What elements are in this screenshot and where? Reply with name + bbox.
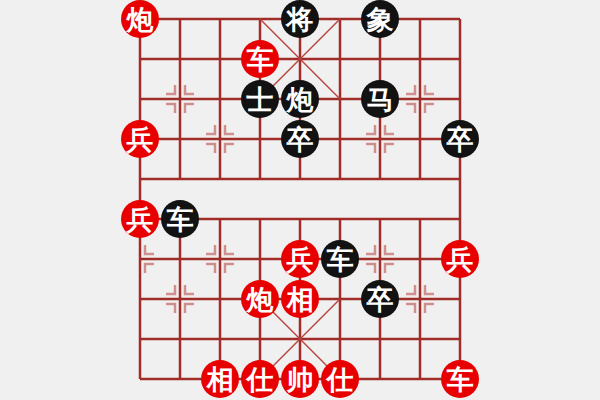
intersection-f8-r9[interactable]: 车 — [440, 359, 480, 399]
intersection-f3-r0[interactable] — [240, 0, 280, 39]
intersection-f6-r0[interactable]: 象 — [360, 0, 400, 39]
intersection-f7-r1[interactable] — [400, 39, 440, 79]
intersection-f3-r5[interactable] — [240, 199, 280, 239]
intersection-f8-r8[interactable] — [440, 319, 480, 359]
xiangqi-board: 炮将象车士炮马兵卒卒兵车兵车兵炮相卒相仕帅仕车 — [0, 0, 600, 400]
intersection-f5-r2[interactable] — [320, 79, 360, 119]
intersection-f0-r2[interactable] — [120, 79, 160, 119]
intersection-f3-r3[interactable] — [240, 119, 280, 159]
piece-black-general[interactable]: 将 — [281, 0, 319, 38]
intersection-f0-r3[interactable]: 兵 — [120, 119, 160, 159]
intersection-f6-r8[interactable] — [360, 319, 400, 359]
intersection-f6-r6[interactable] — [360, 239, 400, 279]
intersection-f4-r9[interactable]: 帅 — [280, 359, 320, 399]
intersection-f5-r6[interactable]: 车 — [320, 239, 360, 279]
intersection-f3-r8[interactable] — [240, 319, 280, 359]
piece-red-chariot[interactable]: 车 — [241, 40, 279, 78]
intersection-f8-r7[interactable] — [440, 279, 480, 319]
intersection-f8-r2[interactable] — [440, 79, 480, 119]
intersection-f5-r3[interactable] — [320, 119, 360, 159]
intersection-f1-r4[interactable] — [160, 159, 200, 199]
piece-red-soldier[interactable]: 兵 — [121, 200, 159, 238]
piece-red-soldier[interactable]: 兵 — [441, 240, 479, 278]
piece-black-advisor[interactable]: 士 — [241, 80, 279, 118]
intersection-f4-r1[interactable] — [280, 39, 320, 79]
intersection-f5-r5[interactable] — [320, 199, 360, 239]
intersection-f6-r2[interactable]: 马 — [360, 79, 400, 119]
intersection-f8-r5[interactable] — [440, 199, 480, 239]
intersection-f7-r8[interactable] — [400, 319, 440, 359]
piece-red-soldier[interactable]: 兵 — [121, 120, 159, 158]
intersection-f7-r9[interactable] — [400, 359, 440, 399]
intersection-f1-r3[interactable] — [160, 119, 200, 159]
intersection-f7-r3[interactable] — [400, 119, 440, 159]
intersection-f1-r6[interactable] — [160, 239, 200, 279]
intersection-f4-r6[interactable]: 兵 — [280, 239, 320, 279]
board-intersections: 炮将象车士炮马兵卒卒兵车兵车兵炮相卒相仕帅仕车 — [120, 0, 480, 399]
intersection-f2-r8[interactable] — [200, 319, 240, 359]
intersection-f0-r1[interactable] — [120, 39, 160, 79]
intersection-f4-r5[interactable] — [280, 199, 320, 239]
intersection-f0-r5[interactable]: 兵 — [120, 199, 160, 239]
intersection-f1-r5[interactable]: 车 — [160, 199, 200, 239]
piece-red-advisor[interactable]: 仕 — [321, 360, 359, 398]
piece-red-elephant[interactable]: 相 — [281, 280, 319, 318]
intersection-f8-r1[interactable] — [440, 39, 480, 79]
intersection-f4-r8[interactable] — [280, 319, 320, 359]
intersection-f5-r4[interactable] — [320, 159, 360, 199]
piece-red-advisor[interactable]: 仕 — [241, 360, 279, 398]
intersection-f0-r0[interactable]: 炮 — [120, 0, 160, 39]
intersection-f3-r1[interactable]: 车 — [240, 39, 280, 79]
intersection-f0-r8[interactable] — [120, 319, 160, 359]
intersection-f4-r7[interactable]: 相 — [280, 279, 320, 319]
intersection-f2-r6[interactable] — [200, 239, 240, 279]
intersection-f6-r1[interactable] — [360, 39, 400, 79]
piece-red-cannon[interactable]: 炮 — [121, 0, 159, 38]
intersection-f2-r0[interactable] — [200, 0, 240, 39]
piece-black-horse[interactable]: 马 — [361, 80, 399, 118]
intersection-f7-r5[interactable] — [400, 199, 440, 239]
intersection-f7-r0[interactable] — [400, 0, 440, 39]
intersection-f2-r5[interactable] — [200, 199, 240, 239]
intersection-f1-r8[interactable] — [160, 319, 200, 359]
intersection-f8-r0[interactable] — [440, 0, 480, 39]
intersection-f2-r2[interactable] — [200, 79, 240, 119]
intersection-f6-r4[interactable] — [360, 159, 400, 199]
intersection-f4-r0[interactable]: 将 — [280, 0, 320, 39]
intersection-f6-r9[interactable] — [360, 359, 400, 399]
intersection-f7-r7[interactable] — [400, 279, 440, 319]
piece-red-elephant[interactable]: 相 — [201, 360, 239, 398]
piece-black-soldier[interactable]: 卒 — [361, 280, 399, 318]
intersection-f7-r4[interactable] — [400, 159, 440, 199]
intersection-f6-r3[interactable] — [360, 119, 400, 159]
intersection-f5-r8[interactable] — [320, 319, 360, 359]
intersection-f5-r7[interactable] — [320, 279, 360, 319]
piece-red-soldier[interactable]: 兵 — [281, 240, 319, 278]
intersection-f6-r7[interactable]: 卒 — [360, 279, 400, 319]
piece-black-chariot[interactable]: 车 — [161, 200, 199, 238]
intersection-f0-r4[interactable] — [120, 159, 160, 199]
piece-black-elephant[interactable]: 象 — [361, 0, 399, 38]
intersection-f5-r1[interactable] — [320, 39, 360, 79]
intersection-f4-r3[interactable]: 卒 — [280, 119, 320, 159]
intersection-f2-r4[interactable] — [200, 159, 240, 199]
intersection-f8-r6[interactable]: 兵 — [440, 239, 480, 279]
piece-black-soldier[interactable]: 卒 — [441, 120, 479, 158]
intersection-f3-r6[interactable] — [240, 239, 280, 279]
intersection-f3-r2[interactable]: 士 — [240, 79, 280, 119]
intersection-f4-r4[interactable] — [280, 159, 320, 199]
intersection-f0-r9[interactable] — [120, 359, 160, 399]
intersection-f2-r9[interactable]: 相 — [200, 359, 240, 399]
intersection-f0-r6[interactable] — [120, 239, 160, 279]
intersection-f1-r0[interactable] — [160, 0, 200, 39]
intersection-f1-r1[interactable] — [160, 39, 200, 79]
intersection-f2-r1[interactable] — [200, 39, 240, 79]
piece-black-cannon[interactable]: 炮 — [281, 80, 319, 118]
intersection-f2-r3[interactable] — [200, 119, 240, 159]
intersection-f0-r7[interactable] — [120, 279, 160, 319]
intersection-f5-r0[interactable] — [320, 0, 360, 39]
intersection-f8-r4[interactable] — [440, 159, 480, 199]
piece-black-soldier[interactable]: 卒 — [281, 120, 319, 158]
piece-black-chariot[interactable]: 车 — [321, 240, 359, 278]
intersection-f3-r9[interactable]: 仕 — [240, 359, 280, 399]
intersection-f7-r6[interactable] — [400, 239, 440, 279]
intersection-f7-r2[interactable] — [400, 79, 440, 119]
intersection-f1-r7[interactable] — [160, 279, 200, 319]
intersection-f5-r9[interactable]: 仕 — [320, 359, 360, 399]
intersection-f3-r4[interactable] — [240, 159, 280, 199]
intersection-f6-r5[interactable] — [360, 199, 400, 239]
intersection-f2-r7[interactable] — [200, 279, 240, 319]
intersection-f1-r9[interactable] — [160, 359, 200, 399]
piece-red-chariot[interactable]: 车 — [441, 360, 479, 398]
intersection-f1-r2[interactable] — [160, 79, 200, 119]
intersection-f3-r7[interactable]: 炮 — [240, 279, 280, 319]
intersection-f8-r3[interactable]: 卒 — [440, 119, 480, 159]
intersection-f4-r2[interactable]: 炮 — [280, 79, 320, 119]
piece-red-general[interactable]: 帅 — [281, 360, 319, 398]
piece-red-cannon[interactable]: 炮 — [241, 280, 279, 318]
